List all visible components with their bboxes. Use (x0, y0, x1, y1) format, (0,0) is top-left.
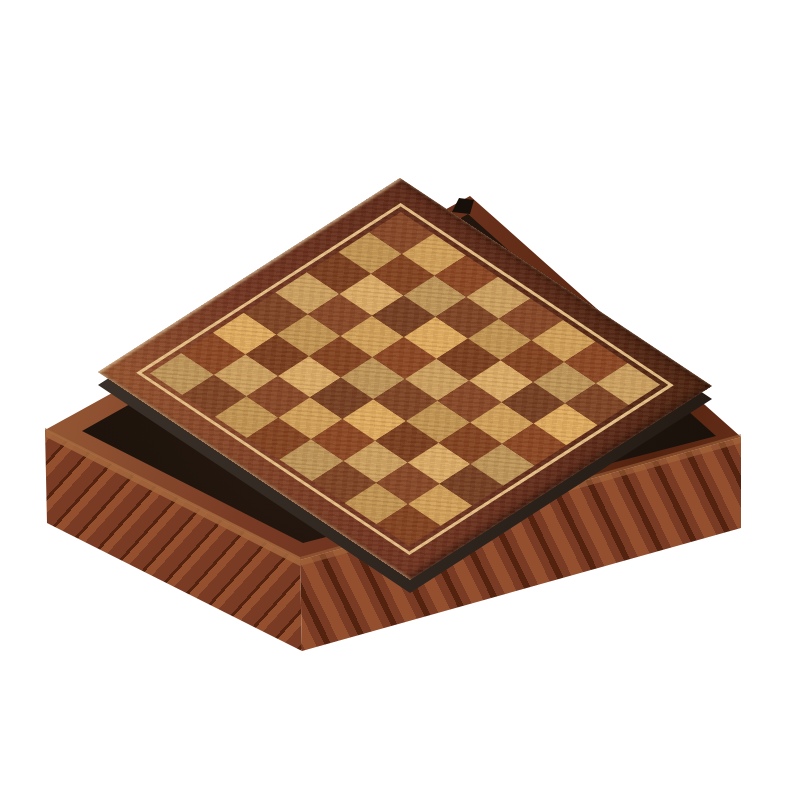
product-photo-chess-box (0, 0, 800, 800)
